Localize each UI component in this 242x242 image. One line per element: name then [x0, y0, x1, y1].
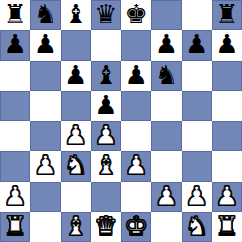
- square-b1[interactable]: [30, 212, 60, 242]
- white-pawn[interactable]: ♟: [64, 122, 87, 148]
- black-knight[interactable]: ♞: [34, 1, 57, 27]
- square-h4[interactable]: [212, 121, 242, 151]
- square-d3[interactable]: ♝: [91, 151, 121, 181]
- white-king[interactable]: ♚: [124, 213, 147, 239]
- square-e7[interactable]: [121, 30, 151, 60]
- square-c3[interactable]: ♞: [61, 151, 91, 181]
- square-c7[interactable]: [61, 30, 91, 60]
- square-h7[interactable]: ♟: [212, 30, 242, 60]
- square-c8[interactable]: ♝: [61, 0, 91, 30]
- white-bishop[interactable]: ♝: [64, 213, 87, 239]
- square-a1[interactable]: ♜: [0, 212, 30, 242]
- square-b7[interactable]: ♟: [30, 30, 60, 60]
- square-f4[interactable]: [151, 121, 181, 151]
- square-f8[interactable]: [151, 0, 181, 30]
- white-pawn[interactable]: ♟: [215, 183, 238, 209]
- square-b8[interactable]: ♞: [30, 0, 60, 30]
- white-knight[interactable]: ♞: [185, 213, 208, 239]
- square-g6[interactable]: [182, 61, 212, 91]
- white-knight[interactable]: ♞: [64, 152, 87, 178]
- white-pawn[interactable]: ♟: [155, 183, 178, 209]
- white-pawn[interactable]: ♟: [34, 152, 57, 178]
- square-d7[interactable]: [91, 30, 121, 60]
- black-bishop[interactable]: ♝: [94, 62, 117, 88]
- black-pawn[interactable]: ♟: [94, 92, 117, 118]
- square-d1[interactable]: ♛: [91, 212, 121, 242]
- square-f6[interactable]: ♞: [151, 61, 181, 91]
- square-b5[interactable]: [30, 91, 60, 121]
- square-a3[interactable]: [0, 151, 30, 181]
- square-b4[interactable]: [30, 121, 60, 151]
- square-f2[interactable]: ♟: [151, 182, 181, 212]
- black-pawn[interactable]: ♟: [215, 31, 238, 57]
- square-f5[interactable]: [151, 91, 181, 121]
- square-e4[interactable]: [121, 121, 151, 151]
- white-bishop[interactable]: ♝: [94, 152, 117, 178]
- square-a6[interactable]: [0, 61, 30, 91]
- black-pawn[interactable]: ♟: [155, 31, 178, 57]
- square-c5[interactable]: [61, 91, 91, 121]
- square-g7[interactable]: ♟: [182, 30, 212, 60]
- square-e8[interactable]: ♚: [121, 0, 151, 30]
- black-bishop[interactable]: ♝: [64, 1, 87, 27]
- square-c6[interactable]: ♟: [61, 61, 91, 91]
- black-knight[interactable]: ♞: [155, 62, 178, 88]
- square-a7[interactable]: ♟: [0, 30, 30, 60]
- square-c2[interactable]: [61, 182, 91, 212]
- square-g1[interactable]: ♞: [182, 212, 212, 242]
- square-h6[interactable]: [212, 61, 242, 91]
- black-queen[interactable]: ♛: [94, 1, 117, 27]
- black-pawn[interactable]: ♟: [124, 62, 147, 88]
- square-g5[interactable]: [182, 91, 212, 121]
- black-king[interactable]: ♚: [124, 1, 147, 27]
- square-h5[interactable]: [212, 91, 242, 121]
- white-queen[interactable]: ♛: [94, 213, 117, 239]
- chess-board: ♜♞♝♛♚♜♟♟♟♟♟♟♝♟♞♟♟♟♟♞♝♟♟♟♟♟♜♝♛♚♞♜: [0, 0, 242, 242]
- square-g4[interactable]: [182, 121, 212, 151]
- black-rook[interactable]: ♜: [3, 1, 26, 27]
- square-c1[interactable]: ♝: [61, 212, 91, 242]
- black-rook[interactable]: ♜: [215, 1, 238, 27]
- square-d4[interactable]: ♟: [91, 121, 121, 151]
- square-c4[interactable]: ♟: [61, 121, 91, 151]
- square-a2[interactable]: ♟: [0, 182, 30, 212]
- square-e1[interactable]: ♚: [121, 212, 151, 242]
- square-d6[interactable]: ♝: [91, 61, 121, 91]
- square-d8[interactable]: ♛: [91, 0, 121, 30]
- square-h2[interactable]: ♟: [212, 182, 242, 212]
- square-a8[interactable]: ♜: [0, 0, 30, 30]
- square-g8[interactable]: [182, 0, 212, 30]
- square-d2[interactable]: [91, 182, 121, 212]
- square-b6[interactable]: [30, 61, 60, 91]
- square-e3[interactable]: ♟: [121, 151, 151, 181]
- square-g3[interactable]: [182, 151, 212, 181]
- square-g2[interactable]: ♟: [182, 182, 212, 212]
- square-e6[interactable]: ♟: [121, 61, 151, 91]
- white-pawn[interactable]: ♟: [94, 122, 117, 148]
- white-rook[interactable]: ♜: [215, 213, 238, 239]
- square-h3[interactable]: [212, 151, 242, 181]
- square-e2[interactable]: [121, 182, 151, 212]
- square-a4[interactable]: [0, 121, 30, 151]
- white-pawn[interactable]: ♟: [3, 183, 26, 209]
- black-pawn[interactable]: ♟: [64, 62, 87, 88]
- square-a5[interactable]: [0, 91, 30, 121]
- white-pawn[interactable]: ♟: [185, 183, 208, 209]
- black-pawn[interactable]: ♟: [34, 31, 57, 57]
- square-d5[interactable]: ♟: [91, 91, 121, 121]
- square-e5[interactable]: [121, 91, 151, 121]
- square-f3[interactable]: [151, 151, 181, 181]
- square-b2[interactable]: [30, 182, 60, 212]
- square-b3[interactable]: ♟: [30, 151, 60, 181]
- black-pawn[interactable]: ♟: [185, 31, 208, 57]
- square-f1[interactable]: [151, 212, 181, 242]
- black-pawn[interactable]: ♟: [3, 31, 26, 57]
- square-h1[interactable]: ♜: [212, 212, 242, 242]
- white-pawn[interactable]: ♟: [124, 152, 147, 178]
- square-f7[interactable]: ♟: [151, 30, 181, 60]
- white-rook[interactable]: ♜: [3, 213, 26, 239]
- square-h8[interactable]: ♜: [212, 0, 242, 30]
